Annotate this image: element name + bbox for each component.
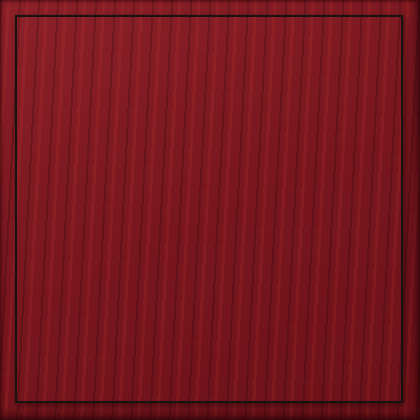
chess-board-frame	[0, 0, 420, 420]
file-labels	[17, 402, 401, 419]
chess-board	[15, 15, 403, 403]
